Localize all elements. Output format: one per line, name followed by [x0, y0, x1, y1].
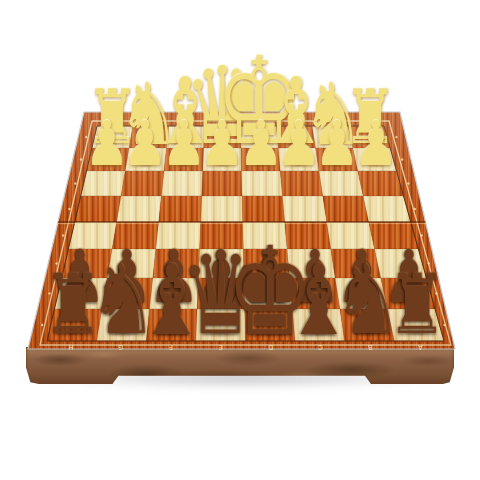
- chess-set-photo: HGFEDCBA ♜♞♝♛♚♝♞♜♟♟♟♟♟♟♟♟♟♟♟♟♟♟♟♟♜♞♝♛♚♝♞…: [0, 0, 480, 480]
- piece-white-pawn[interactable]: ♟: [354, 113, 398, 175]
- piece-black-rook[interactable]: ♜: [387, 263, 447, 346]
- pieces-layer: ♜♞♝♛♚♝♞♜♟♟♟♟♟♟♟♟♟♟♟♟♟♟♟♟♜♞♝♛♚♝♞♜: [0, 0, 480, 480]
